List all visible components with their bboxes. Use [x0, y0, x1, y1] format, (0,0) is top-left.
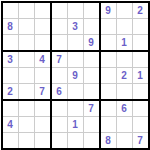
cell-r8c4[interactable]: [52, 117, 67, 132]
cell-r1c1[interactable]: [3, 3, 18, 18]
cell-r8c8[interactable]: [117, 117, 132, 132]
box-1-2: 39: [52, 3, 99, 50]
cell-r8c6[interactable]: [84, 117, 99, 132]
cell-r6c6[interactable]: [84, 84, 99, 99]
cell-r7c3[interactable]: [35, 101, 50, 116]
cell-r6c3[interactable]: 7: [35, 84, 50, 99]
box-2-1: 3427: [3, 52, 50, 99]
cell-r4c5[interactable]: [68, 52, 83, 67]
cell-r1c3[interactable]: [35, 3, 50, 18]
cell-r8c5[interactable]: 1: [68, 117, 83, 132]
cell-r1c7[interactable]: 9: [101, 3, 116, 18]
cell-r3c2[interactable]: [19, 35, 34, 50]
cell-r9c1[interactable]: [3, 133, 18, 148]
cell-r7c6[interactable]: 7: [84, 101, 99, 116]
cell-r9c5[interactable]: [68, 133, 83, 148]
cell-r4c7[interactable]: [101, 52, 116, 67]
sudoku-board: 839921342779621471687: [1, 1, 150, 150]
cell-r5c8[interactable]: 2: [117, 68, 132, 83]
cell-r2c8[interactable]: [117, 19, 132, 34]
cell-r5c6[interactable]: [84, 68, 99, 83]
cell-r7c5[interactable]: [68, 101, 83, 116]
cell-r7c8[interactable]: 6: [117, 101, 132, 116]
cell-r6c4[interactable]: 6: [52, 84, 67, 99]
cell-r2c7[interactable]: [101, 19, 116, 34]
cell-r6c8[interactable]: [117, 84, 132, 99]
cell-r7c4[interactable]: [52, 101, 67, 116]
cell-r2c2[interactable]: [19, 19, 34, 34]
cell-r2c5[interactable]: 3: [68, 19, 83, 34]
box-1-1: 8: [3, 3, 50, 50]
cell-r4c1[interactable]: 3: [3, 52, 18, 67]
cell-r1c4[interactable]: [52, 3, 67, 18]
cell-r4c8[interactable]: [117, 52, 132, 67]
cell-r6c1[interactable]: 2: [3, 84, 18, 99]
cell-r7c2[interactable]: [19, 101, 34, 116]
cell-r8c7[interactable]: [101, 117, 116, 132]
cell-r4c9[interactable]: [133, 52, 148, 67]
cell-r5c5[interactable]: 9: [68, 68, 83, 83]
cell-r9c4[interactable]: [52, 133, 67, 148]
cell-r6c2[interactable]: [19, 84, 34, 99]
cell-r8c9[interactable]: [133, 117, 148, 132]
cell-r1c8[interactable]: [117, 3, 132, 18]
cell-r3c8[interactable]: 1: [117, 35, 132, 50]
cell-r1c9[interactable]: 2: [133, 3, 148, 18]
cell-r6c5[interactable]: [68, 84, 83, 99]
cell-r9c6[interactable]: [84, 133, 99, 148]
cell-r1c2[interactable]: [19, 3, 34, 18]
cell-r4c2[interactable]: [19, 52, 34, 67]
cell-r6c7[interactable]: [101, 84, 116, 99]
cell-r4c6[interactable]: [84, 52, 99, 67]
cell-r9c3[interactable]: [35, 133, 50, 148]
cell-r7c9[interactable]: [133, 101, 148, 116]
cell-r3c6[interactable]: 9: [84, 35, 99, 50]
cell-r2c9[interactable]: [133, 19, 148, 34]
cell-r2c3[interactable]: [35, 19, 50, 34]
cell-r9c2[interactable]: [19, 133, 34, 148]
cell-r2c4[interactable]: [52, 19, 67, 34]
box-3-1: 4: [3, 101, 50, 148]
cell-r5c3[interactable]: [35, 68, 50, 83]
cell-r4c4[interactable]: 7: [52, 52, 67, 67]
cell-r5c1[interactable]: [3, 68, 18, 83]
cell-r3c4[interactable]: [52, 35, 67, 50]
box-2-3: 21: [101, 52, 148, 99]
cell-r8c1[interactable]: 4: [3, 117, 18, 132]
cell-r5c9[interactable]: 1: [133, 68, 148, 83]
box-1-3: 921: [101, 3, 148, 50]
cell-r3c7[interactable]: [101, 35, 116, 50]
box-3-2: 71: [52, 101, 99, 148]
cell-r5c2[interactable]: [19, 68, 34, 83]
cell-r9c9[interactable]: 7: [133, 133, 148, 148]
cell-r4c3[interactable]: 4: [35, 52, 50, 67]
sudoku-page: 839921342779621471687: [0, 0, 150, 150]
cell-r2c1[interactable]: 8: [3, 19, 18, 34]
cell-r7c1[interactable]: [3, 101, 18, 116]
cell-r6c9[interactable]: [133, 84, 148, 99]
cell-r3c1[interactable]: [3, 35, 18, 50]
cell-r8c2[interactable]: [19, 117, 34, 132]
cell-r2c6[interactable]: [84, 19, 99, 34]
cell-r3c5[interactable]: [68, 35, 83, 50]
cell-r5c7[interactable]: [101, 68, 116, 83]
cell-r3c9[interactable]: [133, 35, 148, 50]
cell-r3c3[interactable]: [35, 35, 50, 50]
cell-r1c5[interactable]: [68, 3, 83, 18]
box-3-3: 687: [101, 101, 148, 148]
cell-r5c4[interactable]: [52, 68, 67, 83]
cell-r9c8[interactable]: [117, 133, 132, 148]
cell-r1c6[interactable]: [84, 3, 99, 18]
box-2-2: 796: [52, 52, 99, 99]
cell-r9c7[interactable]: 8: [101, 133, 116, 148]
cell-r8c3[interactable]: [35, 117, 50, 132]
cell-r7c7[interactable]: [101, 101, 116, 116]
